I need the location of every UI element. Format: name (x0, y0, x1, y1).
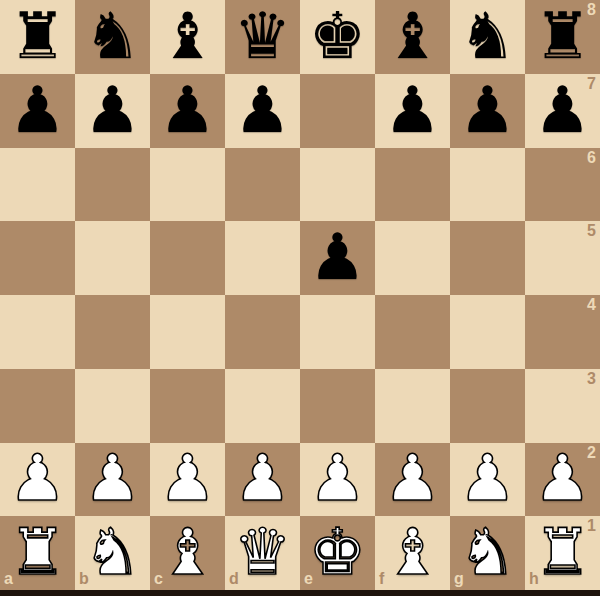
piece-black-bishop[interactable]: ♝ (384, 4, 441, 68)
square-a7[interactable]: ♟ (0, 74, 75, 148)
piece-white-pawn[interactable]: ♟ (309, 446, 366, 510)
square-d2[interactable]: ♟ (225, 443, 300, 517)
piece-black-pawn[interactable]: ♟ (384, 78, 441, 142)
square-g5[interactable] (450, 221, 525, 295)
square-f5[interactable] (375, 221, 450, 295)
piece-white-pawn[interactable]: ♟ (459, 446, 516, 510)
piece-white-rook[interactable]: ♜ (534, 520, 591, 584)
square-f8[interactable]: ♝ (375, 0, 450, 74)
square-c5[interactable] (150, 221, 225, 295)
square-h4[interactable]: 4 (525, 295, 600, 369)
piece-black-pawn[interactable]: ♟ (84, 78, 141, 142)
piece-black-rook[interactable]: ♜ (9, 4, 66, 68)
square-g1[interactable]: ♞g (450, 516, 525, 590)
coord-rank-3: 3 (587, 371, 596, 387)
square-d1[interactable]: ♛d (225, 516, 300, 590)
square-e5[interactable]: ♟ (300, 221, 375, 295)
piece-white-rook[interactable]: ♜ (9, 520, 66, 584)
square-b7[interactable]: ♟ (75, 74, 150, 148)
piece-white-pawn[interactable]: ♟ (159, 446, 216, 510)
square-c2[interactable]: ♟ (150, 443, 225, 517)
square-c3[interactable] (150, 369, 225, 443)
square-e1[interactable]: ♚e (300, 516, 375, 590)
coord-rank-6: 6 (587, 150, 596, 166)
square-a2[interactable]: ♟ (0, 443, 75, 517)
square-a3[interactable] (0, 369, 75, 443)
square-b2[interactable]: ♟ (75, 443, 150, 517)
square-a6[interactable] (0, 148, 75, 222)
square-g4[interactable] (450, 295, 525, 369)
bottom-bar (0, 590, 600, 596)
piece-white-knight[interactable]: ♞ (84, 520, 141, 584)
square-h3[interactable]: 3 (525, 369, 600, 443)
square-h2[interactable]: ♟2 (525, 443, 600, 517)
piece-white-pawn[interactable]: ♟ (234, 446, 291, 510)
piece-white-pawn[interactable]: ♟ (84, 446, 141, 510)
piece-black-rook[interactable]: ♜ (534, 4, 591, 68)
piece-black-pawn[interactable]: ♟ (459, 78, 516, 142)
piece-white-bishop[interactable]: ♝ (384, 520, 441, 584)
piece-white-pawn[interactable]: ♟ (534, 446, 591, 510)
square-f2[interactable]: ♟ (375, 443, 450, 517)
square-f1[interactable]: ♝f (375, 516, 450, 590)
piece-black-king[interactable]: ♚ (309, 4, 366, 68)
square-f7[interactable]: ♟ (375, 74, 450, 148)
square-b5[interactable] (75, 221, 150, 295)
chess-board: ♜♞♝♛♚♝♞♜8♟♟♟♟♟♟♟76♟543♟♟♟♟♟♟♟♟2♜a♞b♝c♛d♚… (0, 0, 600, 590)
piece-white-pawn[interactable]: ♟ (9, 446, 66, 510)
square-h6[interactable]: 6 (525, 148, 600, 222)
piece-black-pawn[interactable]: ♟ (309, 225, 366, 289)
square-b1[interactable]: ♞b (75, 516, 150, 590)
piece-white-knight[interactable]: ♞ (459, 520, 516, 584)
coord-rank-5: 5 (587, 223, 596, 239)
piece-white-pawn[interactable]: ♟ (384, 446, 441, 510)
square-e3[interactable] (300, 369, 375, 443)
square-e7[interactable] (300, 74, 375, 148)
square-h8[interactable]: ♜8 (525, 0, 600, 74)
square-a1[interactable]: ♜a (0, 516, 75, 590)
square-a5[interactable] (0, 221, 75, 295)
square-h5[interactable]: 5 (525, 221, 600, 295)
square-c8[interactable]: ♝ (150, 0, 225, 74)
square-g2[interactable]: ♟ (450, 443, 525, 517)
square-c6[interactable] (150, 148, 225, 222)
square-h1[interactable]: ♜1h (525, 516, 600, 590)
square-b3[interactable] (75, 369, 150, 443)
square-a8[interactable]: ♜ (0, 0, 75, 74)
square-g6[interactable] (450, 148, 525, 222)
piece-black-pawn[interactable]: ♟ (159, 78, 216, 142)
square-e6[interactable] (300, 148, 375, 222)
square-f4[interactable] (375, 295, 450, 369)
square-g7[interactable]: ♟ (450, 74, 525, 148)
piece-white-king[interactable]: ♚ (309, 520, 366, 584)
square-a4[interactable] (0, 295, 75, 369)
square-c1[interactable]: ♝c (150, 516, 225, 590)
square-d4[interactable] (225, 295, 300, 369)
piece-black-knight[interactable]: ♞ (84, 4, 141, 68)
square-e8[interactable]: ♚ (300, 0, 375, 74)
square-d6[interactable] (225, 148, 300, 222)
square-g3[interactable] (450, 369, 525, 443)
square-f6[interactable] (375, 148, 450, 222)
square-d7[interactable]: ♟ (225, 74, 300, 148)
chess-app-frame: ♜♞♝♛♚♝♞♜8♟♟♟♟♟♟♟76♟543♟♟♟♟♟♟♟♟2♜a♞b♝c♛d♚… (0, 0, 600, 596)
piece-black-pawn[interactable]: ♟ (234, 78, 291, 142)
square-d8[interactable]: ♛ (225, 0, 300, 74)
piece-black-pawn[interactable]: ♟ (9, 78, 66, 142)
square-c7[interactable]: ♟ (150, 74, 225, 148)
square-b6[interactable] (75, 148, 150, 222)
square-e4[interactable] (300, 295, 375, 369)
square-g8[interactable]: ♞ (450, 0, 525, 74)
coord-rank-4: 4 (587, 297, 596, 313)
square-d3[interactable] (225, 369, 300, 443)
square-d5[interactable] (225, 221, 300, 295)
square-b8[interactable]: ♞ (75, 0, 150, 74)
piece-black-knight[interactable]: ♞ (459, 4, 516, 68)
square-e2[interactable]: ♟ (300, 443, 375, 517)
square-f3[interactable] (375, 369, 450, 443)
piece-black-bishop[interactable]: ♝ (159, 4, 216, 68)
square-c4[interactable] (150, 295, 225, 369)
square-b4[interactable] (75, 295, 150, 369)
square-h7[interactable]: ♟7 (525, 74, 600, 148)
piece-white-bishop[interactable]: ♝ (159, 520, 216, 584)
piece-black-queen[interactable]: ♛ (234, 4, 291, 68)
piece-black-pawn[interactable]: ♟ (534, 78, 591, 142)
piece-white-queen[interactable]: ♛ (234, 520, 291, 584)
